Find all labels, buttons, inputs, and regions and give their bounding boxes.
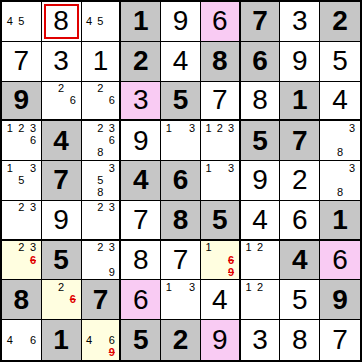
cell-r2c2[interactable]: 3 — [42, 42, 82, 82]
cell-value: 3 — [53, 47, 69, 75]
cell-r6c8[interactable]: 6 — [280, 201, 320, 241]
candidate-2: 2 — [16, 202, 28, 214]
cell-r1c5[interactable]: 9 — [161, 2, 201, 42]
pencil-marks: 38 — [322, 122, 358, 159]
cell-r7c5[interactable]: 7 — [161, 241, 201, 281]
candidate-6: 6 — [67, 94, 79, 106]
candidate-2: 2 — [16, 122, 28, 134]
cell-r4c6[interactable]: 123 — [201, 121, 241, 161]
candidate-5: 5 — [95, 15, 106, 27]
pencil-marks: 169 — [203, 242, 237, 279]
cell-value: 5 — [332, 47, 348, 75]
candidate-1: 1 — [203, 122, 214, 134]
candidate-3: 3 — [186, 122, 198, 134]
cell-value: 7 — [292, 127, 308, 155]
cell-value: 7 — [252, 7, 268, 35]
eliminated-candidate-6: 6 — [225, 254, 236, 266]
eliminated-candidate-9: 9 — [106, 346, 117, 359]
pencil-marks: 358 — [84, 162, 118, 199]
cell-value: 8 — [292, 326, 308, 354]
cell-r8c9[interactable]: 9 — [320, 280, 360, 320]
cell-r5c5[interactable]: 6 — [161, 161, 201, 201]
cell-value: 4 — [173, 47, 189, 75]
candidate-3: 3 — [346, 122, 358, 134]
cell-value: 4 — [332, 86, 348, 114]
candidate-1: 1 — [163, 122, 175, 134]
cell-value: 5 — [252, 127, 268, 155]
cell-r2c5[interactable]: 4 — [161, 42, 201, 82]
cell-value: 8 — [212, 47, 228, 75]
pencil-marks: 13 — [163, 281, 198, 318]
cell-value: 1 — [332, 206, 348, 234]
cell-r7c4[interactable]: 8 — [121, 241, 161, 281]
cell-value: 7 — [14, 47, 30, 75]
cell-value: 1 — [53, 326, 69, 354]
cell-r9c8[interactable]: 8 — [280, 320, 320, 360]
pencil-marks: 23 — [4, 202, 39, 238]
candidate-4: 4 — [84, 334, 95, 347]
cell-value: 8 — [53, 7, 69, 35]
cell-value: 9 — [332, 286, 348, 314]
cell-value: 6 — [292, 206, 308, 234]
candidate-8: 8 — [95, 187, 106, 199]
cell-r1c9[interactable]: 2 — [320, 2, 360, 42]
cell-r4c2[interactable]: 4 — [42, 121, 82, 161]
cell-r1c4[interactable]: 1 — [121, 2, 161, 42]
pencil-marks: 46 — [4, 321, 39, 359]
pencil-marks: 1236 — [4, 122, 39, 159]
eliminated-candidate-6: 6 — [27, 254, 39, 266]
cell-r6c3[interactable]: 23 — [82, 201, 122, 241]
cell-value: 2 — [173, 326, 189, 354]
cell-value: 6 — [212, 7, 228, 35]
candidate-3: 3 — [186, 281, 198, 293]
cell-value: 9 — [133, 127, 149, 155]
pencil-marks: 45 — [84, 3, 118, 40]
cell-value: 3 — [252, 326, 268, 354]
cell-r3c4[interactable]: 3 — [121, 82, 161, 122]
candidate-1: 1 — [203, 242, 214, 254]
cell-r8c1[interactable]: 8 — [2, 280, 42, 320]
cell-value: 6 — [133, 286, 149, 314]
candidate-6: 6 — [27, 135, 39, 147]
candidate-3: 3 — [106, 162, 117, 174]
cell-r2c6[interactable]: 8 — [201, 42, 241, 82]
cell-r6c1[interactable]: 23 — [2, 201, 42, 241]
candidate-3: 3 — [106, 202, 117, 214]
candidate-3: 3 — [27, 162, 39, 174]
cell-value: 9 — [212, 326, 228, 354]
cell-value: 2 — [292, 166, 308, 194]
candidate-1: 1 — [243, 242, 255, 254]
cell-r9c7[interactable]: 3 — [241, 320, 281, 360]
pencil-marks: 45 — [4, 3, 39, 40]
cell-r7c7[interactable]: 12 — [241, 241, 281, 281]
cell-r7c2[interactable]: 5 — [42, 241, 82, 281]
cell-value: 3 — [133, 86, 149, 114]
candidate-3: 3 — [106, 242, 117, 254]
cell-r2c9[interactable]: 5 — [320, 42, 360, 82]
cell-r3c5[interactable]: 5 — [161, 82, 201, 122]
cell-r6c6[interactable]: 5 — [201, 201, 241, 241]
pencil-marks: 2368 — [84, 122, 118, 159]
cell-r6c4[interactable]: 7 — [121, 201, 161, 241]
candidate-2: 2 — [55, 83, 67, 95]
cell-r4c7[interactable]: 5 — [241, 121, 281, 161]
candidate-1: 1 — [203, 162, 214, 174]
cell-r9c2[interactable]: 1 — [42, 320, 82, 360]
cell-r4c3[interactable]: 2368 — [82, 121, 122, 161]
cell-r6c2[interactable]: 9 — [42, 201, 82, 241]
cell-r8c3[interactable]: 7 — [82, 280, 122, 320]
cell-value: 9 — [292, 47, 308, 75]
pencil-marks: 26 — [84, 83, 118, 119]
cell-value: 4 — [292, 246, 308, 274]
eliminated-candidate-9: 9 — [225, 266, 236, 278]
cell-r5c6[interactable]: 13 — [201, 161, 241, 201]
cell-r9c6[interactable]: 9 — [201, 320, 241, 360]
candidate-3: 3 — [225, 122, 236, 134]
eliminated-candidate-6: 6 — [67, 294, 79, 306]
pencil-marks: 469 — [84, 321, 118, 359]
cell-r5c4[interactable]: 4 — [121, 161, 161, 201]
cell-value: 5 — [53, 246, 69, 274]
cell-value: 9 — [53, 206, 69, 234]
candidate-1: 1 — [4, 122, 16, 134]
candidate-5: 5 — [16, 174, 28, 186]
cell-r7c9[interactable]: 6 — [320, 241, 360, 281]
cell-value: 7 — [53, 166, 69, 194]
cell-r5c2[interactable]: 7 — [42, 161, 82, 201]
cell-value: 7 — [332, 326, 348, 354]
candidate-2: 2 — [55, 281, 67, 293]
cell-r5c3[interactable]: 358 — [82, 161, 122, 201]
cell-value: 1 — [93, 47, 109, 75]
pencil-marks: 13 — [203, 162, 237, 199]
pencil-marks: 239 — [84, 242, 118, 279]
candidate-2: 2 — [254, 242, 266, 254]
candidate-4: 4 — [4, 15, 16, 27]
candidate-2: 2 — [95, 242, 106, 254]
cell-r4c9[interactable]: 38 — [320, 121, 360, 161]
cell-value: 2 — [133, 47, 149, 75]
cell-value: 7 — [93, 286, 109, 314]
cell-value: 6 — [252, 47, 268, 75]
candidate-4: 4 — [84, 15, 95, 27]
candidate-2: 2 — [254, 281, 266, 293]
pencil-marks: 13 — [163, 122, 198, 159]
cell-r7c3[interactable]: 239 — [82, 241, 122, 281]
cell-value: 7 — [212, 86, 228, 114]
pencil-marks: 23 — [84, 202, 118, 238]
cell-r3c6[interactable]: 7 — [201, 82, 241, 122]
cell-r8c8[interactable]: 5 — [280, 280, 320, 320]
cell-r9c4[interactable]: 5 — [121, 320, 161, 360]
cell-value: 6 — [173, 166, 189, 194]
candidate-4: 4 — [4, 334, 16, 347]
pencil-marks: 26 — [44, 281, 79, 318]
cell-r6c9[interactable]: 1 — [320, 201, 360, 241]
cell-value: 1 — [292, 86, 308, 114]
cell-r4c4[interactable]: 9 — [121, 121, 161, 161]
candidate-8: 8 — [334, 147, 346, 159]
cell-r4c1[interactable]: 1236 — [2, 121, 42, 161]
candidate-2: 2 — [95, 83, 106, 95]
cell-value: 3 — [292, 7, 308, 35]
candidate-8: 8 — [95, 147, 106, 159]
pencil-marks: 236 — [4, 242, 39, 279]
cell-r1c3[interactable]: 45 — [82, 2, 122, 42]
candidate-2: 2 — [95, 202, 106, 214]
cell-value: 4 — [53, 127, 69, 155]
cell-r1c6[interactable]: 6 — [201, 2, 241, 42]
pencil-marks: 12 — [243, 242, 278, 279]
cell-r2c1[interactable]: 7 — [2, 42, 42, 82]
cell-r9c5[interactable]: 2 — [161, 320, 201, 360]
pencil-marks: 123 — [203, 122, 237, 159]
candidate-6: 6 — [106, 334, 117, 347]
cell-value: 1 — [133, 7, 149, 35]
cell-value: 7 — [133, 206, 149, 234]
cell-r8c4[interactable]: 6 — [121, 280, 161, 320]
cell-r8c5[interactable]: 13 — [161, 280, 201, 320]
cell-r3c1[interactable]: 9 — [2, 82, 42, 122]
cell-value: 5 — [173, 86, 189, 114]
cell-value: 5 — [292, 286, 308, 314]
candidate-6: 6 — [27, 334, 39, 347]
candidate-9: 9 — [106, 266, 117, 278]
candidate-3: 3 — [346, 162, 358, 174]
cell-value: 9 — [173, 7, 189, 35]
cell-value: 4 — [212, 286, 228, 314]
cell-value: 8 — [173, 206, 189, 234]
sudoku-board: 4584519673273124869592626357814123642368… — [0, 0, 362, 362]
cell-value: 7 — [173, 246, 189, 274]
cell-r7c1[interactable]: 236 — [2, 241, 42, 281]
candidate-6: 6 — [106, 135, 117, 147]
cell-value: 8 — [252, 86, 268, 114]
candidate-2: 2 — [95, 122, 106, 134]
cell-value: 8 — [14, 286, 30, 314]
cell-r1c7[interactable]: 7 — [241, 2, 281, 42]
cell-r1c8[interactable]: 3 — [280, 2, 320, 42]
cell-value: 5 — [212, 206, 228, 234]
candidate-3: 3 — [27, 202, 39, 214]
cell-value: 4 — [252, 206, 268, 234]
cell-r9c9[interactable]: 7 — [320, 320, 360, 360]
cell-r6c5[interactable]: 8 — [161, 201, 201, 241]
cell-value: 9 — [252, 166, 268, 194]
cell-r9c1[interactable]: 46 — [2, 320, 42, 360]
cell-r5c9[interactable]: 38 — [320, 161, 360, 201]
cell-r5c7[interactable]: 9 — [241, 161, 281, 201]
cell-r1c1[interactable]: 45 — [2, 2, 42, 42]
cell-r3c3[interactable]: 26 — [82, 82, 122, 122]
cell-value: 5 — [133, 326, 149, 354]
cell-r7c6[interactable]: 169 — [201, 241, 241, 281]
candidate-2: 2 — [16, 242, 28, 254]
cell-value: 4 — [133, 166, 149, 194]
candidate-1: 1 — [163, 281, 175, 293]
cell-r5c8[interactable]: 2 — [280, 161, 320, 201]
candidate-1: 1 — [4, 162, 16, 174]
cell-r8c6[interactable]: 4 — [201, 280, 241, 320]
cell-r3c9[interactable]: 4 — [320, 82, 360, 122]
candidate-1: 1 — [243, 281, 255, 293]
cell-r9c3[interactable]: 469 — [82, 320, 122, 360]
cell-value: 2 — [332, 7, 348, 35]
cell-r8c7[interactable]: 12 — [241, 280, 281, 320]
cell-r7c8[interactable]: 4 — [280, 241, 320, 281]
pencil-marks: 12 — [243, 281, 278, 318]
candidate-3: 3 — [27, 242, 39, 254]
candidate-2: 2 — [214, 122, 225, 134]
candidate-3: 3 — [225, 162, 236, 174]
cell-r3c7[interactable]: 8 — [241, 82, 281, 122]
pencil-marks: 26 — [44, 83, 79, 119]
candidate-5: 5 — [16, 15, 28, 27]
cell-r3c8[interactable]: 1 — [280, 82, 320, 122]
cell-r6c7[interactable]: 4 — [241, 201, 281, 241]
cell-r2c3[interactable]: 1 — [82, 42, 122, 82]
candidate-8: 8 — [334, 187, 346, 199]
cell-r1c2[interactable]: 8 — [42, 2, 82, 42]
cell-r5c1[interactable]: 135 — [2, 161, 42, 201]
cell-r4c5[interactable]: 13 — [161, 121, 201, 161]
candidate-6: 6 — [106, 94, 117, 106]
pencil-marks: 135 — [4, 162, 39, 199]
candidate-5: 5 — [95, 174, 106, 186]
candidate-3: 3 — [27, 122, 39, 134]
cell-value: 9 — [14, 86, 30, 114]
pencil-marks: 38 — [322, 162, 358, 199]
candidate-3: 3 — [106, 122, 117, 134]
cell-r2c4[interactable]: 2 — [121, 42, 161, 82]
cell-value: 8 — [133, 246, 149, 274]
cell-r4c8[interactable]: 7 — [280, 121, 320, 161]
cell-r2c7[interactable]: 6 — [241, 42, 281, 82]
cell-r3c2[interactable]: 26 — [42, 82, 82, 122]
cell-r8c2[interactable]: 26 — [42, 280, 82, 320]
cell-r2c8[interactable]: 9 — [280, 42, 320, 82]
cell-value: 6 — [332, 246, 348, 274]
